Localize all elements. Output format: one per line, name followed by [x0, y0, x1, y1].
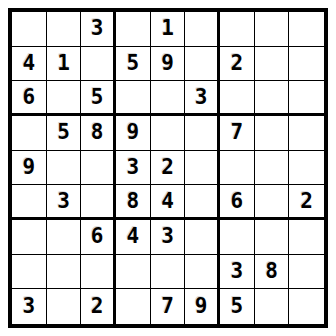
- given-digit: 3: [161, 226, 174, 247]
- cell-r8c7[interactable]: 3: [220, 255, 255, 290]
- cell-r1c8[interactable]: [255, 12, 290, 47]
- cell-r5c7[interactable]: [220, 151, 255, 186]
- cell-r1c3[interactable]: 3: [81, 12, 116, 47]
- cell-r9c6[interactable]: 9: [185, 289, 220, 324]
- given-digit: 3: [57, 191, 70, 212]
- cell-r8c2[interactable]: [47, 255, 82, 290]
- given-digit: 9: [195, 296, 208, 317]
- cell-r6c6[interactable]: [185, 185, 220, 220]
- cell-r9c7[interactable]: 5: [220, 289, 255, 324]
- cell-r6c5[interactable]: 4: [151, 185, 186, 220]
- given-digit: 9: [127, 122, 140, 143]
- cell-r4c3[interactable]: 8: [81, 116, 116, 151]
- cell-r4c4[interactable]: 9: [116, 116, 151, 151]
- cell-r3c5[interactable]: [151, 81, 186, 116]
- cell-r9c5[interactable]: 7: [151, 289, 186, 324]
- cell-r3c1[interactable]: 6: [12, 81, 47, 116]
- cell-r2c7[interactable]: 2: [220, 47, 255, 82]
- cell-r3c4[interactable]: [116, 81, 151, 116]
- given-digit: 6: [231, 191, 244, 212]
- cell-r6c8[interactable]: [255, 185, 290, 220]
- cell-r2c8[interactable]: [255, 47, 290, 82]
- given-digit: 9: [23, 157, 36, 178]
- given-digit: 4: [23, 53, 36, 74]
- cell-r6c4[interactable]: 8: [116, 185, 151, 220]
- cell-r3c9[interactable]: [289, 81, 324, 116]
- given-digit: 3: [195, 87, 208, 108]
- cell-r5c9[interactable]: [289, 151, 324, 186]
- cell-r9c1[interactable]: 3: [12, 289, 47, 324]
- cell-r1c9[interactable]: [289, 12, 324, 47]
- cell-r3c3[interactable]: 5: [81, 81, 116, 116]
- cell-r7c9[interactable]: [289, 220, 324, 255]
- cell-r2c9[interactable]: [289, 47, 324, 82]
- cell-r2c5[interactable]: 9: [151, 47, 186, 82]
- cell-r7c5[interactable]: 3: [151, 220, 186, 255]
- cell-r6c2[interactable]: 3: [47, 185, 82, 220]
- cell-r3c7[interactable]: [220, 81, 255, 116]
- cell-r5c8[interactable]: [255, 151, 290, 186]
- cell-r9c9[interactable]: [289, 289, 324, 324]
- cell-r7c7[interactable]: [220, 220, 255, 255]
- cell-r5c6[interactable]: [185, 151, 220, 186]
- given-digit: 3: [127, 157, 140, 178]
- given-digit: 3: [91, 18, 104, 39]
- cell-r7c4[interactable]: 4: [116, 220, 151, 255]
- cell-r2c4[interactable]: 5: [116, 47, 151, 82]
- cell-r1c5[interactable]: 1: [151, 12, 186, 47]
- cell-r8c3[interactable]: [81, 255, 116, 290]
- given-digit: 3: [23, 296, 36, 317]
- cell-r2c6[interactable]: [185, 47, 220, 82]
- given-digit: 8: [91, 122, 104, 143]
- cell-r7c8[interactable]: [255, 220, 290, 255]
- cell-r5c1[interactable]: 9: [12, 151, 47, 186]
- cell-r7c6[interactable]: [185, 220, 220, 255]
- given-digit: 6: [91, 226, 104, 247]
- given-digit: 1: [161, 18, 174, 39]
- given-digit: 5: [231, 296, 244, 317]
- cell-r6c3[interactable]: [81, 185, 116, 220]
- given-digit: 5: [57, 122, 70, 143]
- given-digit: 8: [127, 191, 140, 212]
- cell-r4c5[interactable]: [151, 116, 186, 151]
- cell-r4c7[interactable]: 7: [220, 116, 255, 151]
- cell-r8c1[interactable]: [12, 255, 47, 290]
- given-digit: 3: [231, 261, 244, 282]
- cell-r9c4[interactable]: [116, 289, 151, 324]
- given-digit: 5: [127, 53, 140, 74]
- given-digit: 7: [161, 296, 174, 317]
- given-digit: 8: [265, 261, 278, 282]
- cell-r2c2[interactable]: 1: [47, 47, 82, 82]
- given-digit: 7: [231, 122, 244, 143]
- cell-r1c4[interactable]: [116, 12, 151, 47]
- cell-r5c2[interactable]: [47, 151, 82, 186]
- given-digit: 2: [91, 296, 104, 317]
- cell-r1c6[interactable]: [185, 12, 220, 47]
- given-digit: 2: [231, 53, 244, 74]
- given-digit: 2: [300, 191, 313, 212]
- cell-r4c1[interactable]: [12, 116, 47, 151]
- given-digit: 1: [57, 53, 70, 74]
- given-digit: 5: [91, 87, 104, 108]
- cell-r3c2[interactable]: [47, 81, 82, 116]
- sudoku-board: 31415926535897932384626433832795: [8, 8, 328, 328]
- cell-r7c3[interactable]: 6: [81, 220, 116, 255]
- cell-r1c2[interactable]: [47, 12, 82, 47]
- given-digit: 6: [23, 87, 36, 108]
- cell-r9c2[interactable]: [47, 289, 82, 324]
- cell-r3c6[interactable]: 3: [185, 81, 220, 116]
- cell-r2c1[interactable]: 4: [12, 47, 47, 82]
- cell-r1c1[interactable]: [12, 12, 47, 47]
- cell-r8c9[interactable]: [289, 255, 324, 290]
- cell-r5c5[interactable]: 2: [151, 151, 186, 186]
- cell-r4c9[interactable]: [289, 116, 324, 151]
- cell-r4c2[interactable]: 5: [47, 116, 82, 151]
- cell-r9c8[interactable]: [255, 289, 290, 324]
- cell-r6c9[interactable]: 2: [289, 185, 324, 220]
- cell-r4c8[interactable]: [255, 116, 290, 151]
- cell-r1c7[interactable]: [220, 12, 255, 47]
- given-digit: 2: [161, 157, 174, 178]
- given-digit: 4: [161, 191, 174, 212]
- cell-r4c6[interactable]: [185, 116, 220, 151]
- cell-r5c4[interactable]: 3: [116, 151, 151, 186]
- cell-r7c1[interactable]: [12, 220, 47, 255]
- cell-r9c3[interactable]: 2: [81, 289, 116, 324]
- cell-r6c1[interactable]: [12, 185, 47, 220]
- cell-r8c8[interactable]: 8: [255, 255, 290, 290]
- cell-r5c3[interactable]: [81, 151, 116, 186]
- cell-r8c6[interactable]: [185, 255, 220, 290]
- given-digit: 9: [161, 53, 174, 74]
- cell-r8c4[interactable]: [116, 255, 151, 290]
- cell-r3c8[interactable]: [255, 81, 290, 116]
- cell-r2c3[interactable]: [81, 47, 116, 82]
- cell-r8c5[interactable]: [151, 255, 186, 290]
- cell-r6c7[interactable]: 6: [220, 185, 255, 220]
- given-digit: 4: [127, 226, 140, 247]
- cell-r7c2[interactable]: [47, 220, 82, 255]
